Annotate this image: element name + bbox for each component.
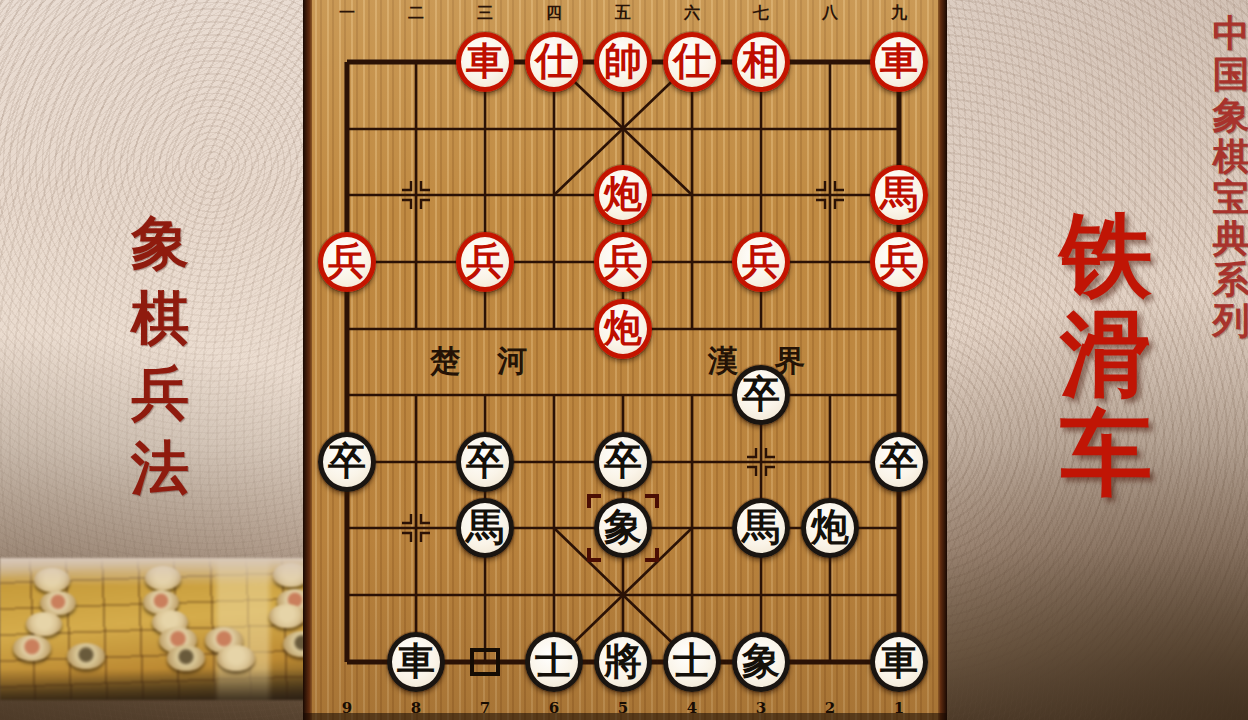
red-chariot: 車 (870, 32, 928, 92)
black-advisor: 士 (525, 632, 583, 692)
piece-glyph: 馬 (742, 508, 780, 546)
piece-glyph: 兵 (742, 242, 780, 280)
black-general: 將 (594, 632, 652, 692)
left-title-calligraphy: 象棋兵法 (126, 206, 194, 506)
title-char: 兵 (126, 356, 194, 431)
piece-glyph: 象 (604, 508, 642, 546)
river-char: 河 (497, 341, 527, 382)
red-soldier: 兵 (456, 232, 514, 292)
video-frame[interactable]: 象棋兵法 铁滑车 中国象棋宝典系列 一二三四五六七八九 987654321 楚河… (0, 0, 1248, 720)
file-label-top: 四 (546, 3, 562, 24)
piece-glyph: 炮 (604, 175, 642, 213)
piece-glyph: 將 (604, 642, 642, 680)
title-char: 国 (1210, 54, 1248, 95)
piece-glyph: 兵 (328, 242, 366, 280)
black-soldier: 卒 (732, 365, 790, 425)
red-cannon: 炮 (594, 165, 652, 225)
board-bottom-shadow (303, 713, 947, 720)
red-soldier: 兵 (870, 232, 928, 292)
file-label-top: 三 (477, 3, 493, 24)
title-char: 列 (1210, 300, 1248, 341)
piece-glyph: 帥 (604, 42, 642, 80)
red-advisor: 仕 (663, 32, 721, 92)
piece-glyph: 兵 (880, 242, 918, 280)
file-label-top: 七 (753, 3, 769, 24)
file-label-top: 一 (339, 3, 355, 24)
piece-glyph: 仕 (673, 42, 711, 80)
piece-glyph: 士 (673, 642, 711, 680)
piece-glyph: 卒 (466, 442, 504, 480)
file-label-top: 九 (891, 3, 907, 24)
title-char: 铁 (1048, 206, 1164, 305)
black-advisor: 士 (663, 632, 721, 692)
black-soldier: 卒 (318, 432, 376, 492)
piece-glyph: 仕 (535, 42, 573, 80)
title-char: 系 (1210, 259, 1248, 300)
piece-glyph: 卒 (880, 442, 918, 480)
black-soldier: 卒 (870, 432, 928, 492)
title-char: 中 (1210, 13, 1248, 54)
piece-glyph: 車 (880, 42, 918, 80)
piece-glyph: 車 (397, 642, 435, 680)
black-horse: 馬 (456, 498, 514, 558)
red-elephant: 相 (732, 32, 790, 92)
black-chariot: 車 (387, 632, 445, 692)
red-horse: 馬 (870, 165, 928, 225)
title-char: 棋 (126, 281, 194, 356)
title-char: 滑 (1048, 305, 1164, 404)
red-chariot: 車 (456, 32, 514, 92)
right-title-calligraphy: 铁滑车 (1048, 206, 1164, 503)
title-char: 法 (126, 431, 194, 506)
red-soldier: 兵 (732, 232, 790, 292)
file-label-top: 二 (408, 3, 424, 24)
piece-glyph: 馬 (880, 175, 918, 213)
piece-glyph: 卒 (328, 442, 366, 480)
black-soldier: 卒 (594, 432, 652, 492)
title-char: 棋 (1210, 136, 1248, 177)
red-soldier: 兵 (318, 232, 376, 292)
file-label-top: 五 (615, 3, 631, 24)
black-soldier: 卒 (456, 432, 514, 492)
black-chariot: 車 (870, 632, 928, 692)
river-char: 漢 (708, 341, 738, 382)
title-char: 象 (1210, 95, 1248, 136)
photo-fade-overlay (0, 558, 313, 700)
file-label-top: 六 (684, 3, 700, 24)
piece-glyph: 兵 (466, 242, 504, 280)
piece-glyph: 車 (466, 42, 504, 80)
board-grid (303, 0, 947, 720)
river-char: 楚 (430, 341, 460, 382)
piece-glyph: 卒 (604, 442, 642, 480)
piece-glyph: 象 (742, 642, 780, 680)
red-general: 帥 (594, 32, 652, 92)
black-horse: 馬 (732, 498, 790, 558)
xiangqi-board: 一二三四五六七八九 987654321 楚河漢界 車仕帥仕相車炮馬兵兵兵兵兵炮卒… (303, 0, 947, 720)
piece-glyph: 車 (880, 642, 918, 680)
piece-glyph: 馬 (466, 508, 504, 546)
red-cannon: 炮 (594, 299, 652, 359)
title-char: 象 (126, 206, 194, 281)
piece-glyph: 卒 (742, 375, 780, 413)
piece-glyph: 兵 (604, 242, 642, 280)
title-char: 车 (1048, 404, 1164, 503)
piece-glyph: 士 (535, 642, 573, 680)
series-title: 中国象棋宝典系列 (1210, 13, 1248, 341)
black-cannon: 炮 (801, 498, 859, 558)
photo-xiangqi-set (0, 558, 313, 700)
piece-glyph: 相 (742, 42, 780, 80)
red-advisor: 仕 (525, 32, 583, 92)
file-label-top: 八 (822, 3, 838, 24)
title-char: 宝 (1210, 177, 1248, 218)
piece-glyph: 炮 (811, 508, 849, 546)
piece-glyph: 炮 (604, 309, 642, 347)
black-elephant: 象 (594, 498, 652, 558)
black-elephant: 象 (732, 632, 790, 692)
title-char: 典 (1210, 218, 1248, 259)
red-soldier: 兵 (594, 232, 652, 292)
